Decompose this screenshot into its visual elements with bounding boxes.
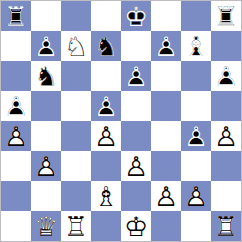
black-rook-icon-fill: ♜ xyxy=(1,1,31,31)
square-c2[interactable] xyxy=(61,181,91,211)
square-a1[interactable] xyxy=(1,211,31,241)
square-b1[interactable]: ♛♕ xyxy=(31,211,61,241)
square-f7[interactable]: ♟♙ xyxy=(151,31,181,61)
square-c1[interactable]: ♜♖ xyxy=(61,211,91,241)
square-f4[interactable] xyxy=(151,121,181,151)
square-a7[interactable] xyxy=(1,31,31,61)
square-e6[interactable]: ♟♙ xyxy=(121,61,151,91)
black-knight-icon-fill: ♞ xyxy=(91,31,121,61)
square-g7[interactable]: ♝♗ xyxy=(181,31,211,61)
square-f2[interactable]: ♟♙ xyxy=(151,181,181,211)
square-h7[interactable] xyxy=(211,31,241,61)
square-a2[interactable] xyxy=(1,181,31,211)
white-rook-icon: ♖ xyxy=(211,211,241,241)
square-g6[interactable] xyxy=(181,61,211,91)
square-d2[interactable]: ♝♗ xyxy=(91,181,121,211)
black-rook-icon: ♖ xyxy=(211,1,241,31)
square-d3[interactable] xyxy=(91,151,121,181)
square-a5[interactable]: ♟♙ xyxy=(1,91,31,121)
square-e4[interactable] xyxy=(121,121,151,151)
white-king-icon-fill: ♚ xyxy=(121,211,151,241)
square-f5[interactable] xyxy=(151,91,181,121)
black-pawn-icon: ♙ xyxy=(151,31,181,61)
black-pawn-icon: ♙ xyxy=(31,31,61,61)
square-g3[interactable] xyxy=(181,151,211,181)
square-g1[interactable] xyxy=(181,211,211,241)
black-knight-icon-fill: ♞ xyxy=(31,61,61,91)
black-rook-icon: ♖ xyxy=(1,1,31,31)
square-e3[interactable]: ♟♙ xyxy=(121,151,151,181)
white-pawn-icon: ♙ xyxy=(121,151,151,181)
black-bishop-icon-fill: ♝ xyxy=(181,31,211,61)
black-pawn-icon-fill: ♟ xyxy=(121,61,151,91)
black-pawn-icon-fill: ♟ xyxy=(1,91,31,121)
square-c5[interactable] xyxy=(61,91,91,121)
white-pawn-icon-fill: ♟ xyxy=(151,181,181,211)
square-g5[interactable] xyxy=(181,91,211,121)
square-b5[interactable] xyxy=(31,91,61,121)
square-a4[interactable]: ♟♙ xyxy=(1,121,31,151)
black-rook-icon-fill: ♜ xyxy=(211,1,241,31)
white-pawn-icon-fill: ♟ xyxy=(211,121,241,151)
white-knight-icon: ♘ xyxy=(61,31,91,61)
white-rook-icon: ♖ xyxy=(61,211,91,241)
square-c3[interactable] xyxy=(61,151,91,181)
white-pawn-icon: ♙ xyxy=(211,121,241,151)
black-knight-icon: ♘ xyxy=(31,61,61,91)
black-pawn-icon-fill: ♟ xyxy=(151,31,181,61)
black-bishop-icon: ♗ xyxy=(181,31,211,61)
square-f8[interactable] xyxy=(151,1,181,31)
square-e5[interactable] xyxy=(121,91,151,121)
square-d8[interactable] xyxy=(91,1,121,31)
square-d4[interactable]: ♟♙ xyxy=(91,121,121,151)
chess-board-window: ♜♖♚♔♜♖♟♙♞♘♞♘♟♙♝♗♞♘♟♙♟♙♟♙♟♙♟♙♟♙♟♙♟♙♟♙♟♙♝♗… xyxy=(0,0,242,242)
white-rook-icon-fill: ♜ xyxy=(211,211,241,241)
square-a3[interactable] xyxy=(1,151,31,181)
square-g2[interactable]: ♟♙ xyxy=(181,181,211,211)
white-pawn-icon-fill: ♟ xyxy=(1,121,31,151)
square-a8[interactable]: ♜♖ xyxy=(1,1,31,31)
square-b4[interactable] xyxy=(31,121,61,151)
white-knight-icon-fill: ♞ xyxy=(61,31,91,61)
square-d5[interactable]: ♟♙ xyxy=(91,91,121,121)
white-pawn-icon-fill: ♟ xyxy=(181,181,211,211)
white-bishop-icon: ♗ xyxy=(91,181,121,211)
chess-board: ♜♖♚♔♜♖♟♙♞♘♞♘♟♙♝♗♞♘♟♙♟♙♟♙♟♙♟♙♟♙♟♙♟♙♟♙♟♙♝♗… xyxy=(0,0,242,242)
white-king-icon: ♔ xyxy=(121,211,151,241)
square-c4[interactable] xyxy=(61,121,91,151)
square-h4[interactable]: ♟♙ xyxy=(211,121,241,151)
square-c6[interactable] xyxy=(61,61,91,91)
square-b3[interactable]: ♟♙ xyxy=(31,151,61,181)
black-king-icon: ♔ xyxy=(121,1,151,31)
white-bishop-icon-fill: ♝ xyxy=(91,181,121,211)
black-pawn-icon-fill: ♟ xyxy=(31,31,61,61)
black-pawn-icon: ♙ xyxy=(181,121,211,151)
square-h8[interactable]: ♜♖ xyxy=(211,1,241,31)
black-pawn-icon-fill: ♟ xyxy=(211,61,241,91)
black-pawn-icon: ♙ xyxy=(1,91,31,121)
square-f1[interactable] xyxy=(151,211,181,241)
square-b6[interactable]: ♞♘ xyxy=(31,61,61,91)
white-pawn-icon: ♙ xyxy=(1,121,31,151)
square-e7[interactable] xyxy=(121,31,151,61)
square-h6[interactable]: ♟♙ xyxy=(211,61,241,91)
black-pawn-icon: ♙ xyxy=(211,61,241,91)
black-knight-icon: ♘ xyxy=(91,31,121,61)
square-c8[interactable] xyxy=(61,1,91,31)
square-b8[interactable] xyxy=(31,1,61,31)
black-pawn-icon-fill: ♟ xyxy=(91,91,121,121)
square-h5[interactable] xyxy=(211,91,241,121)
square-a6[interactable] xyxy=(1,61,31,91)
white-pawn-icon: ♙ xyxy=(91,121,121,151)
white-pawn-icon: ♙ xyxy=(151,181,181,211)
white-queen-icon: ♕ xyxy=(31,211,61,241)
square-f6[interactable] xyxy=(151,61,181,91)
square-d1[interactable] xyxy=(91,211,121,241)
square-h3[interactable] xyxy=(211,151,241,181)
black-pawn-icon-fill: ♟ xyxy=(181,121,211,151)
white-queen-icon-fill: ♛ xyxy=(31,211,61,241)
square-c7[interactable]: ♞♘ xyxy=(61,31,91,61)
white-rook-icon-fill: ♜ xyxy=(61,211,91,241)
square-e8[interactable]: ♚♔ xyxy=(121,1,151,31)
square-f3[interactable] xyxy=(151,151,181,181)
square-d7[interactable]: ♞♘ xyxy=(91,31,121,61)
black-pawn-icon: ♙ xyxy=(91,91,121,121)
square-d6[interactable] xyxy=(91,61,121,91)
square-h1[interactable]: ♜♖ xyxy=(211,211,241,241)
white-pawn-icon: ♙ xyxy=(181,181,211,211)
white-pawn-icon-fill: ♟ xyxy=(121,151,151,181)
black-pawn-icon: ♙ xyxy=(121,61,151,91)
square-b7[interactable]: ♟♙ xyxy=(31,31,61,61)
black-king-icon-fill: ♚ xyxy=(121,1,151,31)
square-h2[interactable] xyxy=(211,181,241,211)
square-e1[interactable]: ♚♔ xyxy=(121,211,151,241)
white-pawn-icon: ♙ xyxy=(31,151,61,181)
square-b2[interactable] xyxy=(31,181,61,211)
white-pawn-icon-fill: ♟ xyxy=(31,151,61,181)
square-g4[interactable]: ♟♙ xyxy=(181,121,211,151)
white-pawn-icon-fill: ♟ xyxy=(91,121,121,151)
square-g8[interactable] xyxy=(181,1,211,31)
square-e2[interactable] xyxy=(121,181,151,211)
